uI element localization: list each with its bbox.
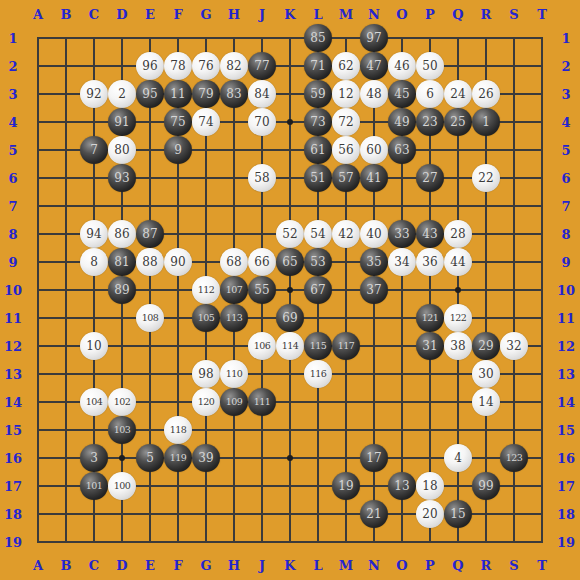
point-C19[interactable] — [80, 528, 108, 556]
point-H5[interactable] — [220, 136, 248, 164]
point-E17[interactable] — [136, 472, 164, 500]
point-G4[interactable]: 74 — [192, 108, 220, 136]
point-N19[interactable] — [360, 528, 388, 556]
point-F14[interactable] — [164, 388, 192, 416]
point-Q14[interactable] — [444, 388, 472, 416]
point-E4[interactable] — [136, 108, 164, 136]
point-G3[interactable]: 79 — [192, 80, 220, 108]
point-Q11[interactable]: 122 — [444, 304, 472, 332]
point-D9[interactable]: 81 — [108, 248, 136, 276]
point-J13[interactable] — [248, 360, 276, 388]
point-A6[interactable] — [24, 164, 52, 192]
point-C18[interactable] — [80, 500, 108, 528]
point-A12[interactable] — [24, 332, 52, 360]
point-M18[interactable] — [332, 500, 360, 528]
point-L9[interactable]: 53 — [304, 248, 332, 276]
point-S19[interactable] — [500, 528, 528, 556]
point-E12[interactable] — [136, 332, 164, 360]
point-P1[interactable] — [416, 24, 444, 52]
point-H2[interactable]: 82 — [220, 52, 248, 80]
point-O13[interactable] — [388, 360, 416, 388]
point-M14[interactable] — [332, 388, 360, 416]
point-F10[interactable] — [164, 276, 192, 304]
point-H13[interactable]: 110 — [220, 360, 248, 388]
point-D18[interactable] — [108, 500, 136, 528]
point-N6[interactable]: 41 — [360, 164, 388, 192]
point-N2[interactable]: 47 — [360, 52, 388, 80]
point-K3[interactable] — [276, 80, 304, 108]
point-T6[interactable] — [528, 164, 556, 192]
point-R15[interactable] — [472, 416, 500, 444]
point-G12[interactable] — [192, 332, 220, 360]
point-O11[interactable] — [388, 304, 416, 332]
point-L7[interactable] — [304, 192, 332, 220]
point-P2[interactable]: 50 — [416, 52, 444, 80]
point-L10[interactable]: 67 — [304, 276, 332, 304]
point-Q18[interactable]: 15 — [444, 500, 472, 528]
point-N4[interactable] — [360, 108, 388, 136]
point-C2[interactable] — [80, 52, 108, 80]
point-O10[interactable] — [388, 276, 416, 304]
point-Q12[interactable]: 38 — [444, 332, 472, 360]
point-L4[interactable]: 73 — [304, 108, 332, 136]
point-F17[interactable] — [164, 472, 192, 500]
point-K6[interactable] — [276, 164, 304, 192]
point-S9[interactable] — [500, 248, 528, 276]
point-D17[interactable]: 100 — [108, 472, 136, 500]
point-P9[interactable]: 36 — [416, 248, 444, 276]
point-J1[interactable] — [248, 24, 276, 52]
point-Q17[interactable] — [444, 472, 472, 500]
point-B19[interactable] — [52, 528, 80, 556]
point-D1[interactable] — [108, 24, 136, 52]
point-O15[interactable] — [388, 416, 416, 444]
point-D16[interactable] — [108, 444, 136, 472]
point-E6[interactable] — [136, 164, 164, 192]
point-E14[interactable] — [136, 388, 164, 416]
point-O1[interactable] — [388, 24, 416, 52]
point-J12[interactable]: 106 — [248, 332, 276, 360]
point-Q16[interactable]: 4 — [444, 444, 472, 472]
point-C16[interactable]: 3 — [80, 444, 108, 472]
point-A10[interactable] — [24, 276, 52, 304]
point-T15[interactable] — [528, 416, 556, 444]
point-M5[interactable]: 56 — [332, 136, 360, 164]
point-P12[interactable]: 31 — [416, 332, 444, 360]
point-M3[interactable]: 12 — [332, 80, 360, 108]
point-K13[interactable] — [276, 360, 304, 388]
point-O2[interactable]: 46 — [388, 52, 416, 80]
point-S5[interactable] — [500, 136, 528, 164]
point-D3[interactable]: 2 — [108, 80, 136, 108]
point-C11[interactable] — [80, 304, 108, 332]
point-H6[interactable] — [220, 164, 248, 192]
point-A2[interactable] — [24, 52, 52, 80]
point-F2[interactable]: 78 — [164, 52, 192, 80]
point-B7[interactable] — [52, 192, 80, 220]
point-N10[interactable]: 37 — [360, 276, 388, 304]
point-E13[interactable] — [136, 360, 164, 388]
point-Q4[interactable]: 25 — [444, 108, 472, 136]
point-A3[interactable] — [24, 80, 52, 108]
point-B12[interactable] — [52, 332, 80, 360]
point-K11[interactable]: 69 — [276, 304, 304, 332]
point-P19[interactable] — [416, 528, 444, 556]
point-T16[interactable] — [528, 444, 556, 472]
point-R16[interactable] — [472, 444, 500, 472]
point-H1[interactable] — [220, 24, 248, 52]
point-M19[interactable] — [332, 528, 360, 556]
point-O4[interactable]: 49 — [388, 108, 416, 136]
point-O8[interactable]: 33 — [388, 220, 416, 248]
point-A14[interactable] — [24, 388, 52, 416]
point-L6[interactable]: 51 — [304, 164, 332, 192]
point-J5[interactable] — [248, 136, 276, 164]
point-G7[interactable] — [192, 192, 220, 220]
point-J14[interactable]: 111 — [248, 388, 276, 416]
point-P6[interactable]: 27 — [416, 164, 444, 192]
point-A16[interactable] — [24, 444, 52, 472]
point-S3[interactable] — [500, 80, 528, 108]
point-C8[interactable]: 94 — [80, 220, 108, 248]
point-J3[interactable]: 84 — [248, 80, 276, 108]
point-K14[interactable] — [276, 388, 304, 416]
point-M6[interactable]: 57 — [332, 164, 360, 192]
point-M8[interactable]: 42 — [332, 220, 360, 248]
point-D14[interactable]: 102 — [108, 388, 136, 416]
point-K7[interactable] — [276, 192, 304, 220]
point-Q3[interactable]: 24 — [444, 80, 472, 108]
point-B8[interactable] — [52, 220, 80, 248]
point-M13[interactable] — [332, 360, 360, 388]
point-Q6[interactable] — [444, 164, 472, 192]
point-T13[interactable] — [528, 360, 556, 388]
point-H7[interactable] — [220, 192, 248, 220]
point-T9[interactable] — [528, 248, 556, 276]
point-Q19[interactable] — [444, 528, 472, 556]
point-E5[interactable] — [136, 136, 164, 164]
point-T5[interactable] — [528, 136, 556, 164]
point-O9[interactable]: 34 — [388, 248, 416, 276]
point-T14[interactable] — [528, 388, 556, 416]
point-K2[interactable] — [276, 52, 304, 80]
point-A13[interactable] — [24, 360, 52, 388]
point-C6[interactable] — [80, 164, 108, 192]
point-L17[interactable] — [304, 472, 332, 500]
point-K5[interactable] — [276, 136, 304, 164]
point-T4[interactable] — [528, 108, 556, 136]
point-A4[interactable] — [24, 108, 52, 136]
point-O17[interactable]: 13 — [388, 472, 416, 500]
point-H14[interactable]: 109 — [220, 388, 248, 416]
point-E7[interactable] — [136, 192, 164, 220]
point-Q9[interactable]: 44 — [444, 248, 472, 276]
point-N15[interactable] — [360, 416, 388, 444]
point-F8[interactable] — [164, 220, 192, 248]
point-L1[interactable]: 85 — [304, 24, 332, 52]
point-O12[interactable] — [388, 332, 416, 360]
point-K16[interactable] — [276, 444, 304, 472]
point-P17[interactable]: 18 — [416, 472, 444, 500]
point-A5[interactable] — [24, 136, 52, 164]
point-N9[interactable]: 35 — [360, 248, 388, 276]
point-T12[interactable] — [528, 332, 556, 360]
point-C3[interactable]: 92 — [80, 80, 108, 108]
point-L16[interactable] — [304, 444, 332, 472]
point-D4[interactable]: 91 — [108, 108, 136, 136]
point-C4[interactable] — [80, 108, 108, 136]
point-M4[interactable]: 72 — [332, 108, 360, 136]
point-H15[interactable] — [220, 416, 248, 444]
point-R14[interactable]: 14 — [472, 388, 500, 416]
point-D2[interactable] — [108, 52, 136, 80]
point-K17[interactable] — [276, 472, 304, 500]
point-B2[interactable] — [52, 52, 80, 80]
point-H9[interactable]: 68 — [220, 248, 248, 276]
point-R8[interactable] — [472, 220, 500, 248]
point-J16[interactable] — [248, 444, 276, 472]
point-C10[interactable] — [80, 276, 108, 304]
point-S16[interactable]: 123 — [500, 444, 528, 472]
point-P5[interactable] — [416, 136, 444, 164]
point-F3[interactable]: 11 — [164, 80, 192, 108]
point-E15[interactable] — [136, 416, 164, 444]
point-D13[interactable] — [108, 360, 136, 388]
point-A1[interactable] — [24, 24, 52, 52]
point-B17[interactable] — [52, 472, 80, 500]
point-O5[interactable]: 63 — [388, 136, 416, 164]
point-F1[interactable] — [164, 24, 192, 52]
point-P11[interactable]: 121 — [416, 304, 444, 332]
point-B16[interactable] — [52, 444, 80, 472]
point-K10[interactable] — [276, 276, 304, 304]
point-J19[interactable] — [248, 528, 276, 556]
point-R12[interactable]: 29 — [472, 332, 500, 360]
point-A15[interactable] — [24, 416, 52, 444]
point-K18[interactable] — [276, 500, 304, 528]
point-D12[interactable] — [108, 332, 136, 360]
point-S10[interactable] — [500, 276, 528, 304]
point-F16[interactable]: 119 — [164, 444, 192, 472]
point-C14[interactable]: 104 — [80, 388, 108, 416]
point-T17[interactable] — [528, 472, 556, 500]
point-P3[interactable]: 6 — [416, 80, 444, 108]
point-A18[interactable] — [24, 500, 52, 528]
point-S11[interactable] — [500, 304, 528, 332]
point-F13[interactable] — [164, 360, 192, 388]
point-G19[interactable] — [192, 528, 220, 556]
point-R7[interactable] — [472, 192, 500, 220]
point-N5[interactable]: 60 — [360, 136, 388, 164]
point-K9[interactable]: 65 — [276, 248, 304, 276]
point-L19[interactable] — [304, 528, 332, 556]
point-T11[interactable] — [528, 304, 556, 332]
point-F7[interactable] — [164, 192, 192, 220]
point-H19[interactable] — [220, 528, 248, 556]
point-J6[interactable]: 58 — [248, 164, 276, 192]
point-L5[interactable]: 61 — [304, 136, 332, 164]
point-T2[interactable] — [528, 52, 556, 80]
point-L14[interactable] — [304, 388, 332, 416]
point-K12[interactable]: 114 — [276, 332, 304, 360]
point-L8[interactable]: 54 — [304, 220, 332, 248]
point-N12[interactable] — [360, 332, 388, 360]
point-O19[interactable] — [388, 528, 416, 556]
point-B4[interactable] — [52, 108, 80, 136]
point-T18[interactable] — [528, 500, 556, 528]
point-E3[interactable]: 95 — [136, 80, 164, 108]
point-S7[interactable] — [500, 192, 528, 220]
point-N11[interactable] — [360, 304, 388, 332]
point-Q1[interactable] — [444, 24, 472, 52]
point-R4[interactable]: 1 — [472, 108, 500, 136]
point-F15[interactable]: 118 — [164, 416, 192, 444]
point-Q15[interactable] — [444, 416, 472, 444]
point-F19[interactable] — [164, 528, 192, 556]
point-L15[interactable] — [304, 416, 332, 444]
point-G10[interactable]: 112 — [192, 276, 220, 304]
point-H11[interactable]: 113 — [220, 304, 248, 332]
point-F12[interactable] — [164, 332, 192, 360]
point-D19[interactable] — [108, 528, 136, 556]
point-P7[interactable] — [416, 192, 444, 220]
point-H3[interactable]: 83 — [220, 80, 248, 108]
point-B11[interactable] — [52, 304, 80, 332]
point-R5[interactable] — [472, 136, 500, 164]
point-M9[interactable] — [332, 248, 360, 276]
point-R11[interactable] — [472, 304, 500, 332]
point-N1[interactable]: 97 — [360, 24, 388, 52]
point-G18[interactable] — [192, 500, 220, 528]
point-G15[interactable] — [192, 416, 220, 444]
point-M7[interactable] — [332, 192, 360, 220]
point-K15[interactable] — [276, 416, 304, 444]
point-J4[interactable]: 70 — [248, 108, 276, 136]
point-D6[interactable]: 93 — [108, 164, 136, 192]
point-S14[interactable] — [500, 388, 528, 416]
point-S2[interactable] — [500, 52, 528, 80]
point-M10[interactable] — [332, 276, 360, 304]
point-J9[interactable]: 66 — [248, 248, 276, 276]
point-J10[interactable]: 55 — [248, 276, 276, 304]
point-N14[interactable] — [360, 388, 388, 416]
point-C17[interactable]: 101 — [80, 472, 108, 500]
point-G9[interactable] — [192, 248, 220, 276]
point-F9[interactable]: 90 — [164, 248, 192, 276]
point-G11[interactable]: 105 — [192, 304, 220, 332]
point-K19[interactable] — [276, 528, 304, 556]
point-A9[interactable] — [24, 248, 52, 276]
point-M17[interactable]: 19 — [332, 472, 360, 500]
point-C7[interactable] — [80, 192, 108, 220]
point-E2[interactable]: 96 — [136, 52, 164, 80]
point-R17[interactable]: 99 — [472, 472, 500, 500]
point-G17[interactable] — [192, 472, 220, 500]
point-D10[interactable]: 89 — [108, 276, 136, 304]
point-L18[interactable] — [304, 500, 332, 528]
point-Q10[interactable] — [444, 276, 472, 304]
point-L11[interactable] — [304, 304, 332, 332]
point-J7[interactable] — [248, 192, 276, 220]
point-O18[interactable] — [388, 500, 416, 528]
point-A7[interactable] — [24, 192, 52, 220]
point-F18[interactable] — [164, 500, 192, 528]
point-Q5[interactable] — [444, 136, 472, 164]
point-R19[interactable] — [472, 528, 500, 556]
point-P16[interactable] — [416, 444, 444, 472]
point-T1[interactable] — [528, 24, 556, 52]
point-S15[interactable] — [500, 416, 528, 444]
point-O6[interactable] — [388, 164, 416, 192]
point-S6[interactable] — [500, 164, 528, 192]
point-A17[interactable] — [24, 472, 52, 500]
point-O3[interactable]: 45 — [388, 80, 416, 108]
point-S1[interactable] — [500, 24, 528, 52]
point-P18[interactable]: 20 — [416, 500, 444, 528]
point-C15[interactable] — [80, 416, 108, 444]
point-G16[interactable]: 39 — [192, 444, 220, 472]
point-P15[interactable] — [416, 416, 444, 444]
point-H8[interactable] — [220, 220, 248, 248]
point-O14[interactable] — [388, 388, 416, 416]
point-B5[interactable] — [52, 136, 80, 164]
point-P14[interactable] — [416, 388, 444, 416]
point-B9[interactable] — [52, 248, 80, 276]
point-E1[interactable] — [136, 24, 164, 52]
point-R3[interactable]: 26 — [472, 80, 500, 108]
point-B6[interactable] — [52, 164, 80, 192]
point-L2[interactable]: 71 — [304, 52, 332, 80]
point-H12[interactable] — [220, 332, 248, 360]
point-P8[interactable]: 43 — [416, 220, 444, 248]
point-E10[interactable] — [136, 276, 164, 304]
point-B3[interactable] — [52, 80, 80, 108]
point-N13[interactable] — [360, 360, 388, 388]
point-S13[interactable] — [500, 360, 528, 388]
point-J8[interactable] — [248, 220, 276, 248]
point-K1[interactable] — [276, 24, 304, 52]
point-D7[interactable] — [108, 192, 136, 220]
point-M12[interactable]: 117 — [332, 332, 360, 360]
point-J2[interactable]: 77 — [248, 52, 276, 80]
point-R2[interactable] — [472, 52, 500, 80]
point-C9[interactable]: 8 — [80, 248, 108, 276]
point-P4[interactable]: 23 — [416, 108, 444, 136]
point-G14[interactable]: 120 — [192, 388, 220, 416]
point-J18[interactable] — [248, 500, 276, 528]
point-J17[interactable] — [248, 472, 276, 500]
point-J15[interactable] — [248, 416, 276, 444]
point-P13[interactable] — [416, 360, 444, 388]
point-L12[interactable]: 115 — [304, 332, 332, 360]
point-R10[interactable] — [472, 276, 500, 304]
point-Q2[interactable] — [444, 52, 472, 80]
point-D11[interactable] — [108, 304, 136, 332]
point-S18[interactable] — [500, 500, 528, 528]
point-S17[interactable] — [500, 472, 528, 500]
point-E18[interactable] — [136, 500, 164, 528]
point-P10[interactable] — [416, 276, 444, 304]
point-S12[interactable]: 32 — [500, 332, 528, 360]
point-M16[interactable] — [332, 444, 360, 472]
point-T8[interactable] — [528, 220, 556, 248]
point-O16[interactable] — [388, 444, 416, 472]
point-M15[interactable] — [332, 416, 360, 444]
point-R18[interactable] — [472, 500, 500, 528]
point-E19[interactable] — [136, 528, 164, 556]
point-B10[interactable] — [52, 276, 80, 304]
point-M11[interactable] — [332, 304, 360, 332]
